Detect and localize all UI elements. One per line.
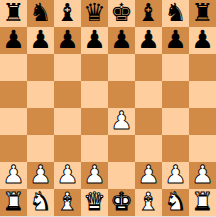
square-c8[interactable]: ♝ xyxy=(54,0,81,27)
square-c3[interactable] xyxy=(54,135,81,162)
piece-black-rook-a8[interactable]: ♜ xyxy=(2,0,24,26)
square-f1[interactable]: ♝ xyxy=(135,189,162,216)
square-h8[interactable]: ♜ xyxy=(189,0,216,27)
piece-black-bishop-c8[interactable]: ♝ xyxy=(56,0,78,26)
square-a5[interactable] xyxy=(0,81,27,108)
piece-white-pawn-c2[interactable]: ♟ xyxy=(56,162,78,188)
piece-white-pawn-f2[interactable]: ♟ xyxy=(137,162,159,188)
square-h4[interactable] xyxy=(189,108,216,135)
square-c1[interactable]: ♝ xyxy=(54,189,81,216)
square-b2[interactable]: ♟ xyxy=(27,162,54,189)
square-a7[interactable]: ♟ xyxy=(0,27,27,54)
square-d3[interactable] xyxy=(81,135,108,162)
piece-black-pawn-g7[interactable]: ♟ xyxy=(164,27,186,53)
square-f4[interactable] xyxy=(135,108,162,135)
piece-white-knight-g1[interactable]: ♞ xyxy=(164,189,186,215)
square-h1[interactable]: ♜ xyxy=(189,189,216,216)
square-e1[interactable]: ♚ xyxy=(108,189,135,216)
piece-white-rook-h1[interactable]: ♜ xyxy=(191,189,213,215)
square-b4[interactable] xyxy=(27,108,54,135)
square-d4[interactable] xyxy=(81,108,108,135)
square-f7[interactable]: ♟ xyxy=(135,27,162,54)
square-b5[interactable] xyxy=(27,81,54,108)
piece-white-pawn-h2[interactable]: ♟ xyxy=(191,162,213,188)
piece-white-rook-a1[interactable]: ♜ xyxy=(2,189,24,215)
piece-black-pawn-c7[interactable]: ♟ xyxy=(56,27,78,53)
piece-black-pawn-h7[interactable]: ♟ xyxy=(191,27,213,53)
square-f8[interactable]: ♝ xyxy=(135,0,162,27)
piece-white-queen-d1[interactable]: ♛ xyxy=(83,189,105,215)
square-h7[interactable]: ♟ xyxy=(189,27,216,54)
piece-white-pawn-g2[interactable]: ♟ xyxy=(164,162,186,188)
square-e8[interactable]: ♚ xyxy=(108,0,135,27)
piece-white-pawn-e4[interactable]: ♟ xyxy=(110,108,132,134)
chess-board: ♜♞♝♛♚♝♞♜♟♟♟♟♟♟♟♟♟♟♟♟♟♟♟♟♜♞♝♛♚♝♞♜ xyxy=(0,0,216,217)
square-c2[interactable]: ♟ xyxy=(54,162,81,189)
square-d8[interactable]: ♛ xyxy=(81,0,108,27)
piece-white-king-e1[interactable]: ♚ xyxy=(110,189,132,215)
square-a3[interactable] xyxy=(0,135,27,162)
square-b6[interactable] xyxy=(27,54,54,81)
square-a1[interactable]: ♜ xyxy=(0,189,27,216)
piece-white-bishop-c1[interactable]: ♝ xyxy=(56,189,78,215)
square-b1[interactable]: ♞ xyxy=(27,189,54,216)
square-g2[interactable]: ♟ xyxy=(162,162,189,189)
piece-black-pawn-e7[interactable]: ♟ xyxy=(110,27,132,53)
piece-white-bishop-f1[interactable]: ♝ xyxy=(137,189,159,215)
square-b7[interactable]: ♟ xyxy=(27,27,54,54)
piece-black-pawn-b7[interactable]: ♟ xyxy=(29,27,51,53)
square-g1[interactable]: ♞ xyxy=(162,189,189,216)
square-f2[interactable]: ♟ xyxy=(135,162,162,189)
square-d7[interactable]: ♟ xyxy=(81,27,108,54)
square-g4[interactable] xyxy=(162,108,189,135)
piece-black-knight-g8[interactable]: ♞ xyxy=(164,0,186,26)
square-g3[interactable] xyxy=(162,135,189,162)
piece-black-rook-h8[interactable]: ♜ xyxy=(191,0,213,26)
square-f3[interactable] xyxy=(135,135,162,162)
square-e6[interactable] xyxy=(108,54,135,81)
square-g8[interactable]: ♞ xyxy=(162,0,189,27)
square-g7[interactable]: ♟ xyxy=(162,27,189,54)
piece-black-king-e8[interactable]: ♚ xyxy=(110,0,132,26)
square-h2[interactable]: ♟ xyxy=(189,162,216,189)
square-f5[interactable] xyxy=(135,81,162,108)
piece-white-knight-b1[interactable]: ♞ xyxy=(29,189,51,215)
square-b8[interactable]: ♞ xyxy=(27,0,54,27)
square-c4[interactable] xyxy=(54,108,81,135)
square-c5[interactable] xyxy=(54,81,81,108)
square-a4[interactable] xyxy=(0,108,27,135)
square-h6[interactable] xyxy=(189,54,216,81)
square-h5[interactable] xyxy=(189,81,216,108)
square-b3[interactable] xyxy=(27,135,54,162)
square-a6[interactable] xyxy=(0,54,27,81)
square-c6[interactable] xyxy=(54,54,81,81)
square-d2[interactable]: ♟ xyxy=(81,162,108,189)
chess-app: ♜♞♝♛♚♝♞♜♟♟♟♟♟♟♟♟♟♟♟♟♟♟♟♟♜♞♝♛♚♝♞♜ xyxy=(0,0,216,217)
square-e4[interactable]: ♟ xyxy=(108,108,135,135)
square-d6[interactable] xyxy=(81,54,108,81)
piece-white-pawn-b2[interactable]: ♟ xyxy=(29,162,51,188)
square-e5[interactable] xyxy=(108,81,135,108)
piece-black-queen-d8[interactable]: ♛ xyxy=(83,0,105,26)
piece-white-pawn-d2[interactable]: ♟ xyxy=(83,162,105,188)
square-e3[interactable] xyxy=(108,135,135,162)
square-e2[interactable] xyxy=(108,162,135,189)
square-h3[interactable] xyxy=(189,135,216,162)
square-a8[interactable]: ♜ xyxy=(0,0,27,27)
piece-black-pawn-d7[interactable]: ♟ xyxy=(83,27,105,53)
piece-white-pawn-a2[interactable]: ♟ xyxy=(2,162,24,188)
square-g6[interactable] xyxy=(162,54,189,81)
square-a2[interactable]: ♟ xyxy=(0,162,27,189)
square-c7[interactable]: ♟ xyxy=(54,27,81,54)
piece-black-bishop-f8[interactable]: ♝ xyxy=(137,0,159,26)
piece-black-pawn-f7[interactable]: ♟ xyxy=(137,27,159,53)
piece-black-pawn-a7[interactable]: ♟ xyxy=(2,27,24,53)
square-d1[interactable]: ♛ xyxy=(81,189,108,216)
square-e7[interactable]: ♟ xyxy=(108,27,135,54)
piece-black-knight-b8[interactable]: ♞ xyxy=(29,0,51,26)
square-f6[interactable] xyxy=(135,54,162,81)
square-g5[interactable] xyxy=(162,81,189,108)
square-d5[interactable] xyxy=(81,81,108,108)
